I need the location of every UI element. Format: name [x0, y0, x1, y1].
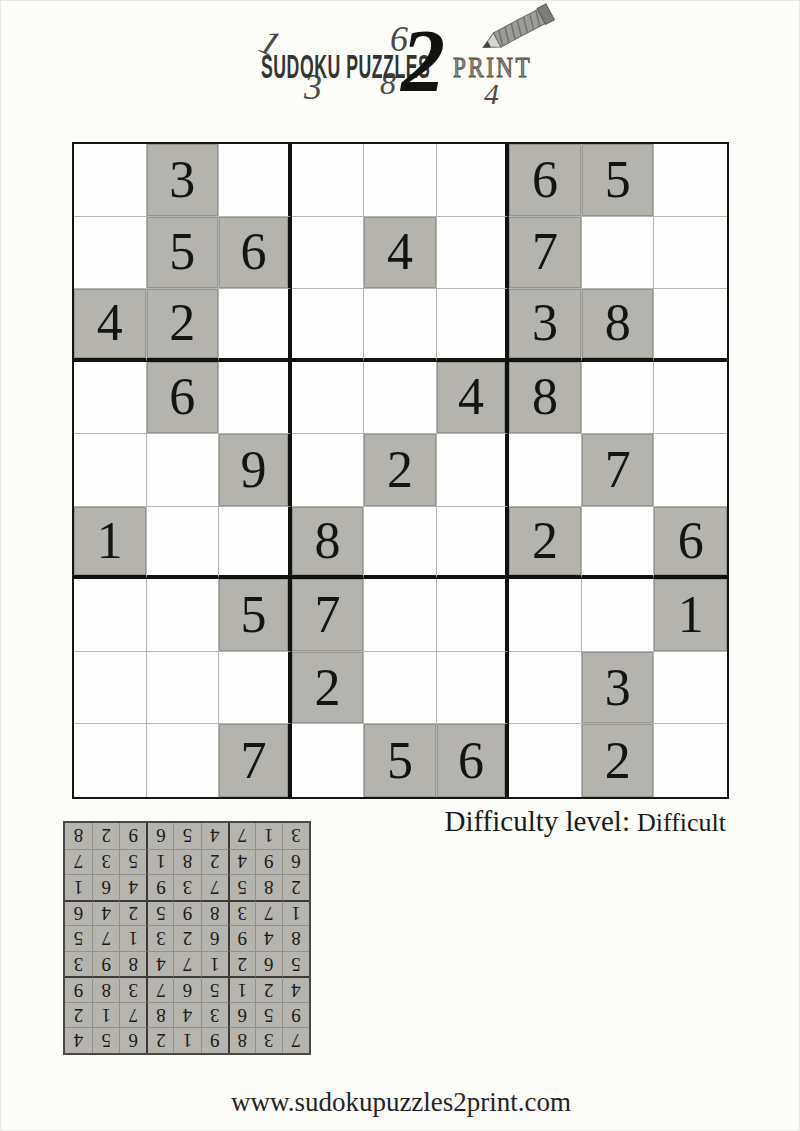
solution-cell-r2c5: 4 — [173, 1002, 200, 1028]
solution-cell-r9c7: 9 — [119, 823, 146, 849]
puzzle-cell-r3c3 — [219, 289, 292, 362]
puzzle-cell-r4c2: 6 — [147, 362, 220, 435]
solution-cell-r1c9: 4 — [65, 1027, 92, 1053]
solution-cell-r8c2: 9 — [255, 849, 282, 875]
solution-cell-r8c4: 2 — [201, 849, 228, 875]
puzzle-cell-r6c8 — [582, 507, 655, 580]
puzzle-cell-r4c3 — [219, 362, 292, 435]
solution-cell-r2c1: 9 — [282, 1002, 309, 1028]
puzzle-cell-r2c2: 5 — [147, 217, 220, 290]
puzzle-cell-r1c7: 6 — [509, 144, 582, 217]
puzzle-cell-r2c9 — [654, 217, 727, 290]
puzzle-cell-r1c8: 5 — [582, 144, 655, 217]
solution-cell-r7c9: 1 — [65, 874, 92, 900]
solution-cell-r4c1: 5 — [282, 951, 309, 977]
difficulty-value: Difficult — [637, 808, 726, 837]
puzzle-cell-r5c5: 2 — [364, 434, 437, 507]
solution-cell-r7c4: 7 — [201, 874, 228, 900]
logo-print-text: PRINT — [453, 53, 532, 82]
puzzle-cell-r1c5 — [364, 144, 437, 217]
puzzle-cell-r3c9 — [654, 289, 727, 362]
puzzle-cell-r7c4: 7 — [292, 579, 365, 652]
solution-cell-r2c7: 7 — [119, 1002, 146, 1028]
solution-cell-r5c9: 5 — [65, 925, 92, 951]
solution-cell-r3c7: 3 — [119, 976, 146, 1002]
puzzle-cell-r1c2: 3 — [147, 144, 220, 217]
puzzle-cell-r1c4 — [292, 144, 365, 217]
puzzle-cell-r6c1: 1 — [74, 507, 147, 580]
puzzle-cell-r1c6 — [437, 144, 510, 217]
puzzle-cell-r2c5: 4 — [364, 217, 437, 290]
puzzle-cell-r6c4: 8 — [292, 507, 365, 580]
puzzle-cell-r6c2 — [147, 507, 220, 580]
puzzle-cell-r2c7: 7 — [509, 217, 582, 290]
solution-cell-r1c5: 1 — [173, 1027, 200, 1053]
solution-cell-r4c9: 3 — [65, 951, 92, 977]
puzzle-cell-r7c3: 5 — [219, 579, 292, 652]
puzzle-cell-r9c1 — [74, 724, 147, 797]
puzzle-cell-r2c8 — [582, 217, 655, 290]
puzzle-cell-r1c1 — [74, 144, 147, 217]
solution-cell-r2c4: 3 — [201, 1002, 228, 1028]
puzzle-cell-r3c2: 2 — [147, 289, 220, 362]
solution-cell-r6c5: 9 — [173, 900, 200, 926]
solution-cell-r1c7: 6 — [119, 1027, 146, 1053]
logo-scatter-digit-4: 4 — [484, 79, 499, 109]
solution-cell-r1c6: 2 — [146, 1027, 173, 1053]
puzzle-cell-r3c1: 4 — [74, 289, 147, 362]
solution-cell-r6c3: 3 — [228, 900, 255, 926]
puzzle-cell-r7c2 — [147, 579, 220, 652]
puzzle-cell-r9c9 — [654, 724, 727, 797]
solution-cell-r5c3: 9 — [228, 925, 255, 951]
solution-cell-r4c7: 8 — [119, 951, 146, 977]
puzzle-cell-r5c8: 7 — [582, 434, 655, 507]
website-url: www.sudokupuzzles2print.com — [1, 1087, 800, 1118]
puzzle-cell-r4c1 — [74, 362, 147, 435]
puzzle-cell-r5c3: 9 — [219, 434, 292, 507]
puzzle-cell-r8c8: 3 — [582, 652, 655, 725]
puzzle-cell-r7c1 — [74, 579, 147, 652]
puzzle-cell-r7c6 — [437, 579, 510, 652]
solution-cell-r4c4: 1 — [201, 951, 228, 977]
puzzle-cell-r9c4 — [292, 724, 365, 797]
puzzle-cell-r2c3: 6 — [219, 217, 292, 290]
solution-cell-r1c8: 5 — [92, 1027, 119, 1053]
difficulty-line: Difficulty level:Difficult — [444, 805, 726, 838]
puzzle-cell-r4c7: 8 — [509, 362, 582, 435]
solution-cell-r1c2: 3 — [255, 1027, 282, 1053]
solution-cell-r8c3: 4 — [228, 849, 255, 875]
puzzle-cell-r8c9 — [654, 652, 727, 725]
solution-cell-r7c5: 3 — [173, 874, 200, 900]
solution-cell-r5c1: 8 — [282, 925, 309, 951]
puzzle-cell-r8c1 — [74, 652, 147, 725]
solution-cell-r5c8: 7 — [92, 925, 119, 951]
puzzle-cell-r8c4: 2 — [292, 652, 365, 725]
puzzle-cell-r4c4 — [292, 362, 365, 435]
solution-cell-r9c5: 5 — [173, 823, 200, 849]
solution-cell-r4c8: 9 — [92, 951, 119, 977]
puzzle-cell-r9c5: 5 — [364, 724, 437, 797]
puzzle-cell-r6c3 — [219, 507, 292, 580]
puzzle-cell-r1c9 — [654, 144, 727, 217]
solution-cell-r3c8: 8 — [92, 976, 119, 1002]
puzzle-cell-r6c9: 6 — [654, 507, 727, 580]
solution-cell-r9c4: 4 — [201, 823, 228, 849]
solution-cell-r3c6: 7 — [146, 976, 173, 1002]
logo: 1 3 6 8 4 SUDOKU PUZZLES 2 PRINT — [1, 1, 800, 131]
puzzle-cell-r8c7 — [509, 652, 582, 725]
solution-cell-r9c9: 8 — [65, 823, 92, 849]
puzzle-cell-r7c5 — [364, 579, 437, 652]
solution-cell-r7c7: 4 — [119, 874, 146, 900]
puzzle-cell-r9c8: 2 — [582, 724, 655, 797]
solution-cell-r8c8: 3 — [92, 849, 119, 875]
sudoku-puzzle-grid: 365564742386489271826571237562 — [72, 142, 729, 799]
puzzle-cell-r3c5 — [364, 289, 437, 362]
solution-cell-r6c9: 6 — [65, 900, 92, 926]
solution-cell-r1c1: 7 — [282, 1027, 309, 1053]
solution-cell-r8c9: 7 — [65, 849, 92, 875]
solution-cell-r7c3: 5 — [228, 874, 255, 900]
puzzle-cell-r5c9 — [654, 434, 727, 507]
solution-cell-r6c7: 2 — [119, 900, 146, 926]
solution-cell-r4c2: 6 — [255, 951, 282, 977]
puzzle-cell-r5c6 — [437, 434, 510, 507]
puzzle-cell-r5c2 — [147, 434, 220, 507]
puzzle-cell-r2c4 — [292, 217, 365, 290]
solution-cell-r7c6: 9 — [146, 874, 173, 900]
puzzle-cell-r1c3 — [219, 144, 292, 217]
solution-cell-r8c5: 8 — [173, 849, 200, 875]
solution-cell-r6c8: 4 — [92, 900, 119, 926]
solution-cell-r5c7: 1 — [119, 925, 146, 951]
puzzle-cell-r9c6: 6 — [437, 724, 510, 797]
puzzle-cell-r9c2 — [147, 724, 220, 797]
puzzle-cell-r5c1 — [74, 434, 147, 507]
puzzle-cell-r6c7: 2 — [509, 507, 582, 580]
solution-cell-r3c4: 5 — [201, 976, 228, 1002]
puzzle-cell-r7c8 — [582, 579, 655, 652]
solution-cell-r6c4: 8 — [201, 900, 228, 926]
puzzle-cell-r3c6 — [437, 289, 510, 362]
solution-cell-r9c3: 7 — [228, 823, 255, 849]
solution-cell-r6c6: 5 — [146, 900, 173, 926]
solution-cell-r2c2: 5 — [255, 1002, 282, 1028]
puzzle-cell-r2c1 — [74, 217, 147, 290]
solution-cell-r6c1: 1 — [282, 900, 309, 926]
solution-cell-r5c4: 6 — [201, 925, 228, 951]
solution-cell-r6c2: 7 — [255, 900, 282, 926]
puzzle-cell-r8c3 — [219, 652, 292, 725]
solution-cell-r2c8: 1 — [92, 1002, 119, 1028]
solution-cell-r3c1: 4 — [282, 976, 309, 1002]
puzzle-cell-r8c6 — [437, 652, 510, 725]
solution-cell-r7c8: 6 — [92, 874, 119, 900]
solution-cell-r8c7: 5 — [119, 849, 146, 875]
puzzle-cell-r5c7 — [509, 434, 582, 507]
puzzle-cell-r4c6: 4 — [437, 362, 510, 435]
solution-cell-r3c3: 1 — [228, 976, 255, 1002]
puzzle-cell-r6c5 — [364, 507, 437, 580]
sudoku-solution-grid-rotated: 7389126549563487124215673895621748938496… — [63, 821, 311, 1055]
solution-cell-r9c1: 3 — [282, 823, 309, 849]
solution-cell-r8c1: 6 — [282, 849, 309, 875]
solution-cell-r7c2: 8 — [255, 874, 282, 900]
puzzle-cell-r8c5 — [364, 652, 437, 725]
solution-cell-r5c6: 3 — [146, 925, 173, 951]
puzzle-cell-r2c6 — [437, 217, 510, 290]
puzzle-cell-r7c9: 1 — [654, 579, 727, 652]
solution-cell-r4c5: 7 — [173, 951, 200, 977]
puzzle-cell-r3c7: 3 — [509, 289, 582, 362]
puzzle-cell-r4c9 — [654, 362, 727, 435]
puzzle-cell-r4c8 — [582, 362, 655, 435]
difficulty-label: Difficulty level: — [444, 805, 630, 837]
puzzle-cell-r8c2 — [147, 652, 220, 725]
puzzle-cell-r4c5 — [364, 362, 437, 435]
solution-cell-r8c6: 1 — [146, 849, 173, 875]
solution-cell-r3c5: 6 — [173, 976, 200, 1002]
solution-cell-r5c5: 2 — [173, 925, 200, 951]
solution-cell-r7c1: 2 — [282, 874, 309, 900]
puzzle-cell-r6c6 — [437, 507, 510, 580]
solution-cell-r4c3: 2 — [228, 951, 255, 977]
puzzle-cell-r5c4 — [292, 434, 365, 507]
puzzle-cell-r9c3: 7 — [219, 724, 292, 797]
solution-cell-r3c9: 9 — [65, 976, 92, 1002]
puzzle-cell-r3c8: 8 — [582, 289, 655, 362]
puzzle-cell-r9c7 — [509, 724, 582, 797]
solution-cell-r3c2: 2 — [255, 976, 282, 1002]
puzzle-cell-r3c4 — [292, 289, 365, 362]
solution-cell-r1c4: 9 — [201, 1027, 228, 1053]
solution-cell-r9c6: 6 — [146, 823, 173, 849]
puzzle-cell-r7c7 — [509, 579, 582, 652]
solution-cell-r5c2: 4 — [255, 925, 282, 951]
solution-cell-r2c6: 8 — [146, 1002, 173, 1028]
solution-cell-r2c3: 6 — [228, 1002, 255, 1028]
solution-cell-r2c9: 2 — [65, 1002, 92, 1028]
solution-cell-r4c6: 4 — [146, 951, 173, 977]
logo-number-2: 2 — [401, 17, 445, 105]
solution-cell-r9c8: 2 — [92, 823, 119, 849]
solution-cell-r9c2: 1 — [255, 823, 282, 849]
solution-cell-r1c3: 8 — [228, 1027, 255, 1053]
